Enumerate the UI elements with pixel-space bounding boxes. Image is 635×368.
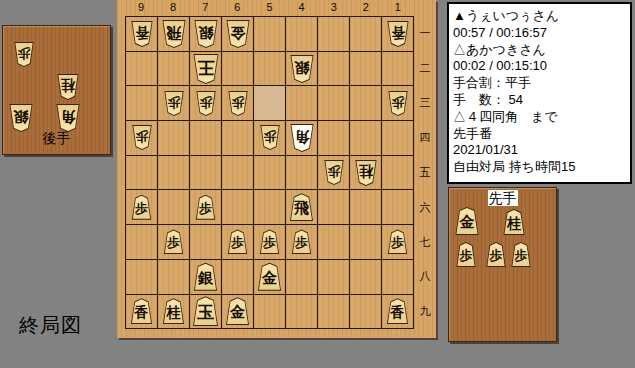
shogi-piece-sente[interactable]: 桂 — [163, 298, 185, 324]
rank-label: 八 — [415, 259, 435, 294]
file-label: 1 — [382, 0, 414, 15]
board-square[interactable] — [254, 52, 285, 86]
info-line: △あかつきさん — [453, 42, 627, 59]
shogi-piece-sente[interactable]: 桂 — [503, 209, 525, 235]
board-square[interactable] — [318, 225, 349, 259]
board-square[interactable] — [318, 86, 349, 120]
shogi-piece-sente[interactable]: 飛 — [290, 193, 314, 221]
shogi-piece-gote[interactable]: 歩 — [388, 91, 408, 116]
gote-hand-tray: 後手 歩桂銀角 — [2, 25, 111, 155]
board-square[interactable]: 歩 — [158, 225, 189, 259]
info-line: 00:57 / 00:16:57 — [453, 25, 627, 42]
shogi-piece-gote[interactable]: 角 — [56, 104, 80, 132]
shogi-piece-sente[interactable]: 金 — [226, 297, 250, 325]
board-square[interactable] — [286, 295, 317, 329]
board-square[interactable]: 角 — [286, 121, 317, 155]
board-square[interactable] — [126, 225, 157, 259]
board-square[interactable] — [350, 225, 381, 259]
shogi-piece-gote[interactable]: 歩 — [132, 125, 152, 150]
board-square[interactable] — [350, 17, 381, 51]
file-label: 8 — [157, 0, 189, 15]
board-square[interactable]: 玉 — [190, 295, 221, 329]
shogi-piece-sente[interactable]: 歩 — [292, 229, 312, 254]
shogi-piece-sente[interactable]: 金 — [258, 263, 282, 291]
info-line: 自由対局 持ち時間15 — [453, 159, 627, 176]
board-square[interactable]: 桂 — [350, 156, 381, 190]
board-square[interactable] — [350, 52, 381, 86]
rank-label: 七 — [415, 225, 435, 260]
shogi-piece-sente[interactable]: 歩 — [196, 195, 216, 220]
board-square[interactable] — [382, 121, 413, 155]
board-square[interactable] — [286, 260, 317, 294]
info-line: 手 数： 54 — [453, 92, 627, 109]
shogi-piece-sente[interactable]: 歩 — [388, 229, 408, 254]
board-square[interactable]: 香 — [382, 17, 413, 51]
board-square[interactable]: 金 — [254, 260, 285, 294]
shogi-board: 987654321 香飛銀金香王銀歩歩歩歩歩歩角歩桂歩歩飛歩歩歩歩歩銀金香桂玉金… — [117, 0, 436, 338]
board-square[interactable]: 金 — [222, 295, 253, 329]
board-square[interactable] — [190, 121, 221, 155]
diagram-caption: 終局図 — [19, 312, 82, 339]
game-info-panel: ▲うぇいつぅさん00:57 / 00:16:57△あかつきさん00:02 / 0… — [447, 2, 632, 184]
board-square[interactable]: 歩 — [126, 121, 157, 155]
rank-label: 三 — [415, 86, 435, 121]
board-square[interactable] — [318, 121, 349, 155]
board-square[interactable]: 銀 — [190, 260, 221, 294]
board-square[interactable] — [126, 86, 157, 120]
shogi-piece-sente[interactable]: 香 — [387, 298, 409, 324]
board-square[interactable] — [222, 190, 253, 224]
board-square-highlighted[interactable] — [254, 86, 285, 120]
file-label: 5 — [253, 0, 285, 15]
board-square[interactable] — [222, 260, 253, 294]
board-square[interactable]: 歩 — [382, 86, 413, 120]
shogi-piece-gote[interactable]: 銀 — [290, 55, 314, 83]
board-square[interactable] — [382, 190, 413, 224]
board-square[interactable] — [350, 190, 381, 224]
shogi-piece-sente[interactable]: 玉 — [193, 296, 219, 326]
board-square[interactable] — [222, 52, 253, 86]
board-grid: 香飛銀金香王銀歩歩歩歩歩歩角歩桂歩歩飛歩歩歩歩歩銀金香桂玉金香 — [125, 16, 414, 329]
shogi-piece-gote[interactable]: 歩 — [324, 160, 344, 185]
info-line: 手合割：平手 — [453, 75, 627, 92]
board-square[interactable] — [254, 295, 285, 329]
board-square[interactable] — [318, 260, 349, 294]
board-square[interactable] — [350, 295, 381, 329]
board-square[interactable]: 金 — [222, 17, 253, 51]
board-square[interactable] — [158, 190, 189, 224]
board-square[interactable] — [158, 52, 189, 86]
shogi-piece-gote[interactable]: 銀 — [9, 104, 33, 132]
info-line: △４四同角 まで — [453, 109, 627, 126]
board-square[interactable] — [190, 156, 221, 190]
board-square[interactable]: 銀 — [190, 17, 221, 51]
board-square[interactable] — [286, 17, 317, 51]
rank-label: 五 — [415, 155, 435, 190]
shogi-piece-gote[interactable]: 香 — [387, 21, 409, 47]
board-square[interactable] — [350, 86, 381, 120]
rank-label: 四 — [415, 120, 435, 155]
board-square[interactable] — [318, 52, 349, 86]
board-square[interactable] — [318, 190, 349, 224]
shogi-piece-gote[interactable]: 桂 — [57, 74, 79, 100]
board-square[interactable] — [190, 225, 221, 259]
file-label: 7 — [189, 0, 221, 15]
sente-label: 先手 — [449, 190, 556, 208]
board-square[interactable] — [126, 260, 157, 294]
info-line: 00:02 / 00:15:10 — [453, 58, 627, 75]
shogi-piece-gote[interactable]: 桂 — [355, 160, 377, 186]
board-square[interactable]: 歩 — [222, 86, 253, 120]
board-square[interactable]: 歩 — [222, 225, 253, 259]
board-square[interactable]: 歩 — [286, 225, 317, 259]
shogi-piece-gote[interactable]: 飛 — [162, 20, 186, 48]
board-square[interactable] — [318, 17, 349, 51]
board-square[interactable] — [222, 156, 253, 190]
file-label: 2 — [350, 0, 382, 15]
board-square[interactable] — [158, 156, 189, 190]
board-square[interactable]: 桂 — [158, 295, 189, 329]
board-square[interactable]: 飛 — [286, 190, 317, 224]
board-square[interactable] — [126, 52, 157, 86]
board-square[interactable] — [286, 86, 317, 120]
board-square[interactable] — [222, 121, 253, 155]
rank-label: 二 — [415, 51, 435, 86]
shogi-piece-gote[interactable]: 歩 — [14, 42, 34, 67]
shogi-piece-gote[interactable]: 歩 — [196, 91, 216, 116]
board-square[interactable] — [382, 260, 413, 294]
file-coordinates: 987654321 — [125, 0, 414, 15]
board-square[interactable]: 歩 — [254, 225, 285, 259]
info-line: 2021/01/31 — [453, 142, 627, 159]
sente-hand-tray: 先手 金桂歩歩歩 — [448, 187, 557, 342]
shogi-piece-gote[interactable]: 歩 — [260, 125, 280, 150]
shogi-piece-sente[interactable]: 歩 — [132, 195, 152, 220]
board-square[interactable] — [382, 52, 413, 86]
board-square[interactable]: 歩 — [126, 190, 157, 224]
gote-label: 後手 — [3, 130, 110, 148]
board-square[interactable]: 香 — [126, 295, 157, 329]
shogi-piece-sente[interactable]: 金 — [455, 207, 479, 235]
shogi-piece-sente[interactable]: 歩 — [511, 242, 531, 267]
shogi-piece-sente[interactable]: 歩 — [164, 229, 184, 254]
file-label: 4 — [286, 0, 318, 15]
board-square[interactable] — [126, 156, 157, 190]
board-square[interactable] — [318, 295, 349, 329]
shogi-piece-gote[interactable]: 歩 — [228, 91, 248, 116]
board-square[interactable] — [254, 17, 285, 51]
board-square[interactable] — [158, 260, 189, 294]
shogi-piece-gote[interactable]: 銀 — [194, 20, 218, 48]
rank-label: 六 — [415, 190, 435, 225]
info-line: 先手番 — [453, 126, 627, 143]
shogi-piece-gote[interactable]: 歩 — [164, 91, 184, 116]
board-square[interactable]: 歩 — [382, 225, 413, 259]
board-square[interactable]: 歩 — [318, 156, 349, 190]
shogi-piece-gote[interactable]: 香 — [131, 21, 153, 47]
shogi-piece-sente[interactable]: 歩 — [260, 229, 280, 254]
board-square[interactable] — [350, 121, 381, 155]
board-square[interactable]: 王 — [190, 52, 221, 86]
shogi-piece-sente[interactable]: 歩 — [456, 242, 476, 267]
board-square[interactable]: 歩 — [158, 86, 189, 120]
shogi-piece-sente[interactable]: 銀 — [194, 263, 218, 291]
board-square[interactable]: 香 — [382, 295, 413, 329]
board-square[interactable] — [158, 121, 189, 155]
board-square[interactable] — [382, 156, 413, 190]
board-square[interactable] — [254, 156, 285, 190]
rank-label: 九 — [415, 294, 435, 329]
board-square[interactable]: 飛 — [158, 17, 189, 51]
board-square[interactable] — [350, 260, 381, 294]
board-square[interactable]: 歩 — [190, 86, 221, 120]
board-square[interactable] — [254, 190, 285, 224]
board-square[interactable]: 銀 — [286, 52, 317, 86]
shogi-piece-sente[interactable]: 歩 — [228, 229, 248, 254]
board-square[interactable]: 歩 — [254, 121, 285, 155]
rank-coordinates: 一二三四五六七八九 — [415, 16, 435, 329]
info-line: ▲うぇいつぅさん — [453, 8, 627, 25]
shogi-piece-sente[interactable]: 香 — [131, 298, 153, 324]
file-label: 3 — [318, 0, 350, 15]
shogi-piece-gote[interactable]: 王 — [193, 54, 219, 84]
file-label: 9 — [125, 0, 157, 15]
board-square[interactable] — [286, 156, 317, 190]
shogi-piece-gote[interactable]: 金 — [226, 20, 250, 48]
board-square[interactable]: 香 — [126, 17, 157, 51]
shogi-piece-gote-last-move[interactable]: 角 — [290, 124, 314, 152]
shogi-piece-sente[interactable]: 歩 — [486, 242, 506, 267]
file-label: 6 — [221, 0, 253, 15]
board-square[interactable]: 歩 — [190, 190, 221, 224]
rank-label: 一 — [415, 16, 435, 51]
